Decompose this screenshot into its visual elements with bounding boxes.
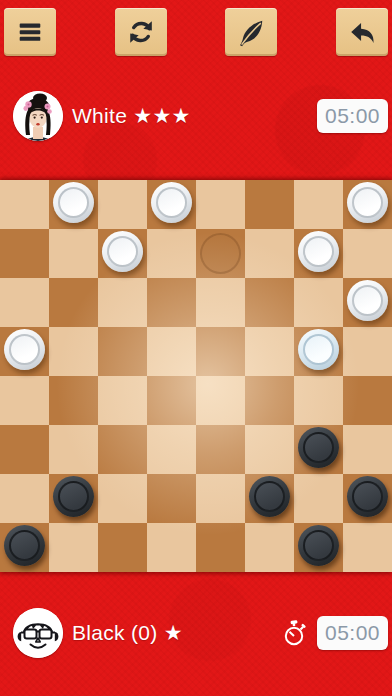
board-square[interactable] (343, 229, 392, 278)
white-timer-value: 05:00 (325, 104, 380, 128)
board-square[interactable] (196, 327, 245, 376)
board-square[interactable] (0, 180, 49, 229)
board-square[interactable] (98, 180, 147, 229)
board-square[interactable] (147, 229, 196, 278)
board-square[interactable] (294, 180, 343, 229)
board-square[interactable] (294, 327, 343, 376)
black-timer-value: 05:00 (325, 621, 380, 645)
white-checker-piece[interactable] (347, 182, 388, 223)
board-square[interactable] (147, 278, 196, 327)
feather-button[interactable] (225, 8, 277, 56)
board-square[interactable] (0, 229, 49, 278)
white-checker-piece[interactable] (4, 329, 45, 370)
board-square[interactable] (49, 327, 98, 376)
white-checker-piece[interactable] (151, 182, 192, 223)
board-square[interactable] (245, 474, 294, 523)
board-square[interactable] (0, 278, 49, 327)
woman-avatar-illustration (13, 91, 63, 141)
board-square[interactable] (0, 327, 49, 376)
white-checker-piece[interactable] (298, 329, 339, 370)
board-square[interactable] (49, 229, 98, 278)
board-square[interactable] (245, 229, 294, 278)
white-checker-piece[interactable] (53, 182, 94, 223)
board-square[interactable] (343, 523, 392, 572)
restart-button[interactable] (115, 8, 167, 56)
board-square[interactable] (147, 474, 196, 523)
board-square[interactable] (245, 376, 294, 425)
board-square[interactable] (0, 376, 49, 425)
white-checker-piece[interactable] (102, 231, 143, 272)
feather-icon (236, 17, 266, 47)
board-square[interactable] (0, 425, 49, 474)
board-square[interactable] (294, 229, 343, 278)
board-square[interactable] (196, 425, 245, 474)
white-player-label: White ★★★ (72, 104, 191, 128)
board-square[interactable] (294, 376, 343, 425)
board-square[interactable] (0, 523, 49, 572)
board-square[interactable] (147, 425, 196, 474)
black-player-row: Black (0) ★ 05:00 (13, 608, 388, 658)
menu-button[interactable] (4, 8, 56, 56)
board-square[interactable] (245, 180, 294, 229)
board-square[interactable] (49, 180, 98, 229)
black-checker-piece[interactable] (249, 476, 290, 517)
board-square[interactable] (343, 180, 392, 229)
board-square[interactable] (245, 278, 294, 327)
board-square[interactable] (98, 523, 147, 572)
black-player-avatar (13, 608, 63, 658)
checkers-board (0, 180, 392, 572)
board-square[interactable] (98, 278, 147, 327)
board-square[interactable] (147, 376, 196, 425)
board-square[interactable] (294, 474, 343, 523)
move-hint-circle (200, 233, 241, 274)
board-square[interactable] (343, 474, 392, 523)
board-square[interactable] (0, 474, 49, 523)
board-square[interactable] (49, 523, 98, 572)
board-square[interactable] (196, 376, 245, 425)
board-square[interactable] (294, 278, 343, 327)
board-square[interactable] (98, 474, 147, 523)
board-square[interactable] (343, 327, 392, 376)
white-player-row: White ★★★ 05:00 (13, 91, 388, 141)
board-square[interactable] (245, 523, 294, 572)
board-square[interactable] (343, 425, 392, 474)
board-square[interactable] (147, 180, 196, 229)
board-square[interactable] (245, 327, 294, 376)
board-square[interactable] (294, 523, 343, 572)
hamburger-icon (15, 17, 45, 47)
board-square[interactable] (196, 523, 245, 572)
black-checker-piece[interactable] (298, 525, 339, 566)
board-square[interactable] (196, 474, 245, 523)
board-square[interactable] (294, 425, 343, 474)
board-square[interactable] (98, 327, 147, 376)
black-checker-piece[interactable] (347, 476, 388, 517)
stopwatch-icon[interactable] (282, 620, 307, 647)
board-square[interactable] (98, 229, 147, 278)
black-checker-piece[interactable] (53, 476, 94, 517)
board-square[interactable] (343, 376, 392, 425)
board-square[interactable] (147, 523, 196, 572)
black-player-label: Black (0) ★ (72, 621, 183, 645)
board-square[interactable] (196, 229, 245, 278)
white-timer: 05:00 (317, 99, 388, 133)
refresh-icon (126, 17, 156, 47)
undo-arrow-icon (347, 17, 377, 47)
black-timer: 05:00 (317, 616, 388, 650)
white-checker-piece[interactable] (347, 280, 388, 321)
undo-button[interactable] (336, 8, 388, 56)
board-square[interactable] (49, 278, 98, 327)
nerd-face-avatar-illustration (13, 608, 63, 658)
board-square[interactable] (196, 180, 245, 229)
board-square[interactable] (98, 425, 147, 474)
white-player-avatar (13, 91, 63, 141)
board-square[interactable] (196, 278, 245, 327)
board-square[interactable] (49, 376, 98, 425)
white-checker-piece[interactable] (298, 231, 339, 272)
toolbar (0, 8, 392, 56)
black-checker-piece[interactable] (298, 427, 339, 468)
board-square[interactable] (49, 425, 98, 474)
board-square[interactable] (245, 425, 294, 474)
board-square[interactable] (343, 278, 392, 327)
black-checker-piece[interactable] (4, 525, 45, 566)
board-square[interactable] (147, 327, 196, 376)
board-square[interactable] (98, 376, 147, 425)
board-square[interactable] (49, 474, 98, 523)
